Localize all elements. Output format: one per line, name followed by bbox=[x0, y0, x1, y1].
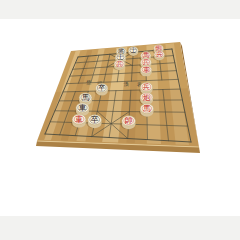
piece-character: 將 bbox=[119, 48, 125, 54]
xiangqi-board[interactable]: 楚河漢界將士炮士馬兵兵兵車卒兵馬炮車馬車卒帥 bbox=[0, 0, 240, 240]
piece-character: 兵 bbox=[143, 83, 150, 91]
piece-character: 卒 bbox=[98, 84, 105, 92]
piece-character: 兵 bbox=[143, 58, 149, 65]
piece-character: 士 bbox=[131, 47, 137, 53]
piece-character: 車 bbox=[79, 103, 87, 112]
piece-character: 炮 bbox=[143, 93, 151, 102]
piece-character: 馬 bbox=[81, 93, 89, 102]
piece-character: 車 bbox=[75, 115, 83, 124]
piece-character: 兵 bbox=[116, 60, 122, 67]
piece-character: 帥 bbox=[125, 116, 133, 125]
piece-character: 馬 bbox=[142, 104, 150, 113]
piece-character: 卒 bbox=[91, 115, 99, 124]
piece-character: 兵 bbox=[156, 51, 162, 57]
piece-character: 車 bbox=[143, 66, 150, 73]
photo-canvas: 楚河漢界將士炮士馬兵兵兵車卒兵馬炮車馬車卒帥 bbox=[0, 0, 240, 240]
